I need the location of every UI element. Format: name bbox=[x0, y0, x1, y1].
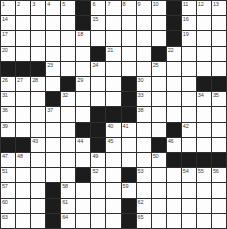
black-cell-r10-c7 bbox=[91, 138, 105, 152]
cell-r10-c15[interactable] bbox=[212, 138, 226, 152]
cell-r1-c4[interactable]: 4 bbox=[46, 1, 60, 15]
black-cell-r6-c15 bbox=[212, 77, 226, 91]
cell-r13-c15[interactable] bbox=[212, 183, 226, 197]
clue-number-10: 10 bbox=[153, 1, 159, 7]
cell-r11-c1[interactable]: 47 bbox=[1, 153, 15, 167]
cell-r5-c6[interactable] bbox=[76, 62, 90, 76]
cell-r3-c2[interactable] bbox=[16, 31, 30, 45]
cell-r11-c2[interactable]: 48 bbox=[16, 153, 30, 167]
cell-r11-c11[interactable]: 50 bbox=[152, 153, 166, 167]
black-cell-r2-c6 bbox=[76, 16, 90, 30]
cell-r7-c14[interactable]: 34 bbox=[197, 92, 211, 106]
cell-r8-c14[interactable] bbox=[197, 107, 211, 121]
cell-r9-c11[interactable] bbox=[152, 123, 166, 137]
cell-r2-c4[interactable] bbox=[46, 16, 60, 30]
cell-r9-c9[interactable]: 41 bbox=[122, 123, 136, 137]
cell-r1-c14[interactable]: 12 bbox=[197, 1, 211, 15]
clue-number-1: 1 bbox=[2, 1, 5, 7]
cell-r15-c11[interactable] bbox=[152, 214, 166, 228]
clue-number-54: 54 bbox=[183, 168, 189, 174]
clue-number-64: 64 bbox=[62, 214, 68, 220]
clue-number-46: 46 bbox=[168, 138, 174, 144]
cell-r12-c8[interactable] bbox=[106, 168, 120, 182]
clue-number-42: 42 bbox=[183, 123, 189, 129]
cell-r12-c3[interactable] bbox=[31, 168, 45, 182]
cell-r2-c5[interactable] bbox=[61, 16, 75, 30]
cell-r7-c8[interactable] bbox=[106, 92, 120, 106]
cell-r5-c15[interactable] bbox=[212, 62, 226, 76]
cell-r3-c14[interactable] bbox=[197, 31, 211, 45]
clue-number-45: 45 bbox=[107, 138, 113, 144]
black-cell-r8-c9 bbox=[122, 107, 136, 121]
cell-r13-c13[interactable] bbox=[182, 183, 196, 197]
cell-r8-c12[interactable] bbox=[167, 107, 181, 121]
black-cell-r7-c9 bbox=[122, 92, 136, 106]
cell-r1-c5[interactable]: 5 bbox=[61, 1, 75, 15]
cell-r15-c3[interactable] bbox=[31, 214, 45, 228]
cell-r10-c10[interactable] bbox=[137, 138, 151, 152]
cell-r10-c14[interactable] bbox=[197, 138, 211, 152]
cell-r1-c3[interactable]: 3 bbox=[31, 1, 45, 15]
cell-r14-c12[interactable] bbox=[167, 199, 181, 213]
cell-r1-c1[interactable]: 1 bbox=[1, 1, 15, 15]
cell-r14-c14[interactable] bbox=[197, 199, 211, 213]
cell-r8-c2[interactable] bbox=[16, 107, 30, 121]
cell-r2-c13[interactable]: 16 bbox=[182, 16, 196, 30]
cell-r14-c6[interactable] bbox=[76, 199, 90, 213]
cell-r5-c14[interactable] bbox=[197, 62, 211, 76]
cell-r4-c6[interactable] bbox=[76, 47, 90, 61]
cell-r6-c1[interactable]: 26 bbox=[1, 77, 15, 91]
cell-r9-c15[interactable] bbox=[212, 123, 226, 137]
black-cell-r8-c7 bbox=[91, 107, 105, 121]
clue-number-63: 63 bbox=[2, 214, 8, 220]
clue-number-27: 27 bbox=[17, 77, 23, 83]
black-cell-r8-c8 bbox=[106, 107, 120, 121]
cell-r9-c8[interactable]: 40 bbox=[106, 123, 120, 137]
clue-number-2: 2 bbox=[17, 1, 20, 7]
cell-r15-c10[interactable]: 65 bbox=[137, 214, 151, 228]
black-cell-r11-c14 bbox=[197, 153, 211, 167]
cell-r8-c10[interactable]: 38 bbox=[137, 107, 151, 121]
clue-number-30: 30 bbox=[138, 77, 144, 83]
black-cell-r6-c9 bbox=[122, 77, 136, 91]
clue-number-20: 20 bbox=[2, 47, 8, 53]
cell-r10-c3[interactable]: 43 bbox=[31, 138, 45, 152]
black-cell-r15-c4 bbox=[46, 214, 60, 228]
cell-r9-c10[interactable] bbox=[137, 123, 151, 137]
cell-r2-c8[interactable] bbox=[106, 16, 120, 30]
clue-number-44: 44 bbox=[77, 138, 83, 144]
cell-r3-c7[interactable] bbox=[91, 31, 105, 45]
cell-r4-c8[interactable]: 21 bbox=[106, 47, 120, 61]
cell-r4-c12[interactable]: 22 bbox=[167, 47, 181, 61]
clue-number-22: 22 bbox=[168, 47, 174, 53]
cell-r3-c9[interactable] bbox=[122, 31, 136, 45]
cell-r9-c14[interactable] bbox=[197, 123, 211, 137]
clue-number-21: 21 bbox=[107, 47, 113, 53]
cell-r11-c4[interactable] bbox=[46, 153, 60, 167]
cell-r7-c3[interactable] bbox=[31, 92, 45, 106]
cell-r3-c4[interactable] bbox=[46, 31, 60, 45]
cell-r12-c2[interactable] bbox=[16, 168, 30, 182]
cell-r13-c3[interactable] bbox=[31, 183, 45, 197]
cell-r5-c7[interactable]: 24 bbox=[91, 62, 105, 76]
cell-r11-c3[interactable] bbox=[31, 153, 45, 167]
cell-r15-c13[interactable] bbox=[182, 214, 196, 228]
clue-number-25: 25 bbox=[153, 62, 159, 68]
black-cell-r5-c3 bbox=[31, 62, 45, 76]
cell-r12-c1[interactable]: 51 bbox=[1, 168, 15, 182]
black-cell-r11-c13 bbox=[182, 153, 196, 167]
clue-number-47: 47 bbox=[2, 153, 8, 159]
black-cell-r9-c12 bbox=[167, 123, 181, 137]
cell-r9-c3[interactable] bbox=[31, 123, 45, 137]
clue-number-58: 58 bbox=[62, 183, 68, 189]
clue-number-17: 17 bbox=[2, 31, 8, 37]
cell-r8-c3[interactable] bbox=[31, 107, 45, 121]
cell-r14-c7[interactable] bbox=[91, 199, 105, 213]
clue-number-56: 56 bbox=[213, 168, 219, 174]
cell-r15-c12[interactable] bbox=[167, 214, 181, 228]
cell-r14-c10[interactable]: 62 bbox=[137, 199, 151, 213]
cell-r2-c3[interactable] bbox=[31, 16, 45, 30]
cell-r4-c15[interactable] bbox=[212, 47, 226, 61]
cell-r7-c7[interactable] bbox=[91, 92, 105, 106]
clue-number-39: 39 bbox=[2, 123, 8, 129]
cell-r15-c6[interactable] bbox=[76, 214, 90, 228]
cell-r12-c7[interactable]: 52 bbox=[91, 168, 105, 182]
cell-r7-c10[interactable]: 33 bbox=[137, 92, 151, 106]
cell-r7-c6[interactable] bbox=[76, 92, 90, 106]
cell-r15-c14[interactable] bbox=[197, 214, 211, 228]
cell-r7-c15[interactable]: 35 bbox=[212, 92, 226, 106]
cell-r7-c11[interactable] bbox=[152, 92, 166, 106]
cell-r7-c12[interactable] bbox=[167, 92, 181, 106]
cell-r14-c3[interactable] bbox=[31, 199, 45, 213]
cell-r13-c9[interactable]: 59 bbox=[122, 183, 136, 197]
cell-r14-c8[interactable] bbox=[106, 199, 120, 213]
cell-r5-c10[interactable] bbox=[137, 62, 151, 76]
clue-number-7: 7 bbox=[107, 1, 110, 7]
cell-r8-c5[interactable] bbox=[61, 107, 75, 121]
cell-r15-c15[interactable] bbox=[212, 214, 226, 228]
cell-r15-c7[interactable] bbox=[91, 214, 105, 228]
cell-r4-c13[interactable] bbox=[182, 47, 196, 61]
cell-r13-c10[interactable] bbox=[137, 183, 151, 197]
cell-r3-c15[interactable] bbox=[212, 31, 226, 45]
cell-r12-c14[interactable]: 55 bbox=[197, 168, 211, 182]
cell-r12-c15[interactable]: 56 bbox=[212, 168, 226, 182]
black-cell-r11-c12 bbox=[167, 153, 181, 167]
cell-r6-c11[interactable] bbox=[152, 77, 166, 91]
cell-r5-c9[interactable] bbox=[122, 62, 136, 76]
cell-r7-c13[interactable] bbox=[182, 92, 196, 106]
cell-r4-c10[interactable] bbox=[137, 47, 151, 61]
crossword-puzzle: 1234567891011121314151617181920212223242… bbox=[0, 0, 227, 229]
clue-number-23: 23 bbox=[47, 62, 53, 68]
black-cell-r13-c4 bbox=[46, 183, 60, 197]
cell-r4-c3[interactable] bbox=[31, 47, 45, 61]
clue-number-29: 29 bbox=[77, 77, 83, 83]
cell-r14-c15[interactable] bbox=[212, 199, 226, 213]
cell-r8-c1[interactable]: 36 bbox=[1, 107, 15, 121]
cell-r14-c2[interactable] bbox=[16, 199, 30, 213]
clue-number-8: 8 bbox=[123, 1, 126, 7]
cell-r15-c1[interactable]: 63 bbox=[1, 214, 15, 228]
cell-r6-c4[interactable] bbox=[46, 77, 60, 91]
black-cell-r3-c12 bbox=[167, 31, 181, 45]
cell-r13-c12[interactable] bbox=[167, 183, 181, 197]
clue-number-31: 31 bbox=[2, 92, 8, 98]
cell-r1-c9[interactable]: 8 bbox=[122, 1, 136, 15]
cell-r13-c11[interactable] bbox=[152, 183, 166, 197]
clue-number-40: 40 bbox=[107, 123, 113, 129]
cell-r5-c4[interactable]: 23 bbox=[46, 62, 60, 76]
cell-r10-c6[interactable]: 44 bbox=[76, 138, 90, 152]
clue-number-59: 59 bbox=[123, 183, 129, 189]
black-cell-r11-c15 bbox=[212, 153, 226, 167]
clue-number-48: 48 bbox=[17, 153, 23, 159]
black-cell-r1-c12 bbox=[167, 1, 181, 15]
cell-r8-c11[interactable] bbox=[152, 107, 166, 121]
cell-r1-c2[interactable]: 2 bbox=[16, 1, 30, 15]
cell-r1-c7[interactable]: 6 bbox=[91, 1, 105, 15]
cell-r11-c7[interactable]: 49 bbox=[91, 153, 105, 167]
cell-r13-c6[interactable] bbox=[76, 183, 90, 197]
cell-r13-c8[interactable] bbox=[106, 183, 120, 197]
clue-number-26: 26 bbox=[2, 77, 8, 83]
clue-number-24: 24 bbox=[92, 62, 98, 68]
cell-r2-c9[interactable] bbox=[122, 16, 136, 30]
black-cell-r15-c9 bbox=[122, 214, 136, 228]
cell-r10-c4[interactable] bbox=[46, 138, 60, 152]
clue-number-19: 19 bbox=[183, 31, 189, 37]
black-cell-r5-c2 bbox=[16, 62, 30, 76]
black-cell-r5-c1 bbox=[1, 62, 15, 76]
cell-r12-c11[interactable] bbox=[152, 168, 166, 182]
cell-r6-c3[interactable]: 28 bbox=[31, 77, 45, 91]
cell-r2-c7[interactable]: 15 bbox=[91, 16, 105, 30]
cell-r3-c11[interactable] bbox=[152, 31, 166, 45]
cell-r1-c10[interactable]: 9 bbox=[137, 1, 151, 15]
cell-r12-c10[interactable]: 53 bbox=[137, 168, 151, 182]
cell-r10-c12[interactable]: 46 bbox=[167, 138, 181, 152]
cell-r15-c2[interactable] bbox=[16, 214, 30, 228]
black-cell-r10-c1 bbox=[1, 138, 15, 152]
cell-r1-c13[interactable]: 11 bbox=[182, 1, 196, 15]
cell-r3-c1[interactable]: 17 bbox=[1, 31, 15, 45]
cell-r12-c5[interactable] bbox=[61, 168, 75, 182]
crossword-grid: 1234567891011121314151617181920212223242… bbox=[0, 0, 227, 229]
clue-number-60: 60 bbox=[2, 199, 8, 205]
cell-r9-c4[interactable] bbox=[46, 123, 60, 137]
cell-r6-c8[interactable] bbox=[106, 77, 120, 91]
cell-r14-c11[interactable] bbox=[152, 199, 166, 213]
clue-number-12: 12 bbox=[198, 1, 204, 7]
cell-r12-c12[interactable] bbox=[167, 168, 181, 182]
cell-r15-c5[interactable]: 64 bbox=[61, 214, 75, 228]
cell-r4-c5[interactable] bbox=[61, 47, 75, 61]
black-cell-r7-c4 bbox=[46, 92, 60, 106]
cell-r3-c8[interactable] bbox=[106, 31, 120, 45]
cell-r6-c6[interactable]: 29 bbox=[76, 77, 90, 91]
cell-r5-c12[interactable] bbox=[167, 62, 181, 76]
clue-number-65: 65 bbox=[138, 214, 144, 220]
black-cell-r6-c5 bbox=[61, 77, 75, 91]
clue-number-35: 35 bbox=[213, 92, 219, 98]
clue-number-50: 50 bbox=[153, 153, 159, 159]
cell-r5-c5[interactable] bbox=[61, 62, 75, 76]
cell-r7-c5[interactable]: 32 bbox=[61, 92, 75, 106]
cell-r11-c6[interactable] bbox=[76, 153, 90, 167]
cell-r10-c13[interactable] bbox=[182, 138, 196, 152]
cell-r2-c10[interactable] bbox=[137, 16, 151, 30]
cell-r13-c1[interactable]: 57 bbox=[1, 183, 15, 197]
clue-number-57: 57 bbox=[2, 183, 8, 189]
cell-r9-c13[interactable]: 42 bbox=[182, 123, 196, 137]
black-cell-r4-c11 bbox=[152, 47, 166, 61]
clue-number-33: 33 bbox=[138, 92, 144, 98]
cell-r11-c5[interactable] bbox=[61, 153, 75, 167]
cell-r11-c10[interactable] bbox=[137, 153, 151, 167]
cell-r4-c9[interactable] bbox=[122, 47, 136, 61]
clue-number-6: 6 bbox=[92, 1, 95, 7]
cell-r8-c4[interactable]: 37 bbox=[46, 107, 60, 121]
cell-r15-c8[interactable] bbox=[106, 214, 120, 228]
clue-number-62: 62 bbox=[138, 199, 144, 205]
cell-r10-c9[interactable] bbox=[122, 138, 136, 152]
cell-r3-c10[interactable] bbox=[137, 31, 151, 45]
cell-r1-c15[interactable]: 13 bbox=[212, 1, 226, 15]
black-cell-r4-c7 bbox=[91, 47, 105, 61]
cell-r10-c8[interactable]: 45 bbox=[106, 138, 120, 152]
cell-r13-c2[interactable] bbox=[16, 183, 30, 197]
clue-number-37: 37 bbox=[47, 107, 53, 113]
cell-r7-c2[interactable] bbox=[16, 92, 30, 106]
cell-r2-c15[interactable] bbox=[212, 16, 226, 30]
cell-r6-c10[interactable]: 30 bbox=[137, 77, 151, 91]
clue-number-55: 55 bbox=[198, 168, 204, 174]
cell-r10-c5[interactable] bbox=[61, 138, 75, 152]
cell-r6-c2[interactable]: 27 bbox=[16, 77, 30, 91]
cell-r9-c2[interactable] bbox=[16, 123, 30, 137]
cell-r6-c13[interactable] bbox=[182, 77, 196, 91]
clue-number-34: 34 bbox=[198, 92, 204, 98]
black-cell-r10-c11 bbox=[152, 138, 166, 152]
cell-r3-c6[interactable]: 18 bbox=[76, 31, 90, 45]
cell-r14-c1[interactable]: 60 bbox=[1, 199, 15, 213]
clue-number-9: 9 bbox=[138, 1, 141, 7]
cell-r11-c9[interactable] bbox=[122, 153, 136, 167]
cell-r3-c3[interactable] bbox=[31, 31, 45, 45]
black-cell-r12-c9 bbox=[122, 168, 136, 182]
clue-number-28: 28 bbox=[32, 77, 38, 83]
cell-r7-c1[interactable]: 31 bbox=[1, 92, 15, 106]
clue-number-32: 32 bbox=[62, 92, 68, 98]
cell-r4-c14[interactable] bbox=[197, 47, 211, 61]
cell-r6-c7[interactable] bbox=[91, 77, 105, 91]
black-cell-r9-c7 bbox=[91, 123, 105, 137]
clue-number-15: 15 bbox=[92, 16, 98, 22]
cell-r8-c15[interactable] bbox=[212, 107, 226, 121]
clue-number-61: 61 bbox=[62, 199, 68, 205]
clue-number-38: 38 bbox=[138, 107, 144, 113]
cell-r8-c13[interactable] bbox=[182, 107, 196, 121]
clue-number-36: 36 bbox=[2, 107, 8, 113]
cell-r13-c14[interactable] bbox=[197, 183, 211, 197]
clue-number-4: 4 bbox=[47, 1, 50, 7]
cell-r5-c13[interactable] bbox=[182, 62, 196, 76]
cell-r11-c8[interactable] bbox=[106, 153, 120, 167]
cell-r14-c5[interactable]: 61 bbox=[61, 199, 75, 213]
cell-r5-c8[interactable] bbox=[106, 62, 120, 76]
cell-r1-c8[interactable]: 7 bbox=[106, 1, 120, 15]
clue-number-18: 18 bbox=[77, 31, 83, 37]
clue-number-13: 13 bbox=[213, 1, 219, 7]
cell-r14-c13[interactable] bbox=[182, 199, 196, 213]
clue-number-49: 49 bbox=[92, 153, 98, 159]
cell-r2-c11[interactable] bbox=[152, 16, 166, 30]
black-cell-r12-c6 bbox=[76, 168, 90, 182]
clue-number-14: 14 bbox=[2, 16, 8, 22]
black-cell-r10-c2 bbox=[16, 138, 30, 152]
cell-r12-c13[interactable]: 54 bbox=[182, 168, 196, 182]
cell-r4-c1[interactable]: 20 bbox=[1, 47, 15, 61]
clue-number-5: 5 bbox=[62, 1, 65, 7]
cell-r12-c4[interactable] bbox=[46, 168, 60, 182]
black-cell-r9-c6 bbox=[76, 123, 90, 137]
clue-number-52: 52 bbox=[92, 168, 98, 174]
cell-r4-c4[interactable] bbox=[46, 47, 60, 61]
cell-r2-c1[interactable]: 14 bbox=[1, 16, 15, 30]
clue-number-41: 41 bbox=[123, 123, 129, 129]
cell-r1-c11[interactable]: 10 bbox=[152, 1, 166, 15]
cell-r3-c13[interactable]: 19 bbox=[182, 31, 196, 45]
black-cell-r2-c12 bbox=[167, 16, 181, 30]
black-cell-r1-c6 bbox=[76, 1, 90, 15]
cell-r4-c2[interactable] bbox=[16, 47, 30, 61]
black-cell-r14-c9 bbox=[122, 199, 136, 213]
clue-number-53: 53 bbox=[138, 168, 144, 174]
clue-number-3: 3 bbox=[32, 1, 35, 7]
cell-r13-c5[interactable]: 58 bbox=[61, 183, 75, 197]
cell-r5-c11[interactable]: 25 bbox=[152, 62, 166, 76]
clue-number-16: 16 bbox=[183, 16, 189, 22]
cell-r3-c5[interactable] bbox=[61, 31, 75, 45]
cell-r2-c2[interactable] bbox=[16, 16, 30, 30]
cell-r6-c12[interactable] bbox=[167, 77, 181, 91]
black-cell-r14-c4 bbox=[46, 199, 60, 213]
clue-number-51: 51 bbox=[2, 168, 8, 174]
cell-r9-c5[interactable] bbox=[61, 123, 75, 137]
cell-r9-c1[interactable]: 39 bbox=[1, 123, 15, 137]
cell-r13-c7[interactable] bbox=[91, 183, 105, 197]
clue-number-11: 11 bbox=[183, 1, 188, 7]
cell-r8-c6[interactable] bbox=[76, 107, 90, 121]
black-cell-r6-c14 bbox=[197, 77, 211, 91]
cell-r2-c14[interactable] bbox=[197, 16, 211, 30]
clue-number-43: 43 bbox=[32, 138, 38, 144]
